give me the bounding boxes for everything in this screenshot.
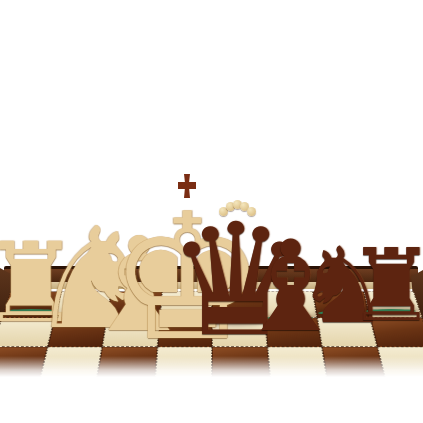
queen-crown-ball bbox=[247, 207, 256, 216]
chess-set-photo: ♜ ♞ ♝ ♚ ♛ ♝ ♞ ♜ bbox=[0, 0, 423, 423]
piece-black-rook: ♜ bbox=[341, 236, 423, 336]
foreground-white-fade bbox=[0, 356, 423, 423]
king-cross-horizontal bbox=[178, 182, 196, 189]
king-cross-finial bbox=[178, 174, 196, 198]
black-rook-glyph: ♜ bbox=[346, 236, 423, 336]
